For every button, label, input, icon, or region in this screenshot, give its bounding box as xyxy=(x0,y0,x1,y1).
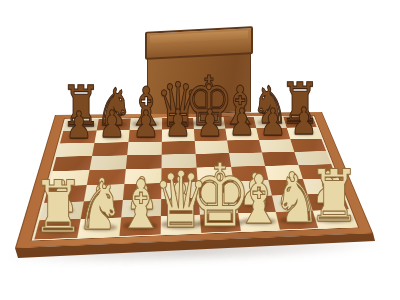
piece-black-pawn-h7[interactable]: ♟ xyxy=(290,103,317,140)
piece-black-pawn-a7[interactable]: ♟ xyxy=(65,107,92,144)
piece-white-rook-a1[interactable]: ♜ xyxy=(32,171,84,243)
pieces-layer: ♜♞♝♛♚♝♞♜♟♟♟♟♟♟♟♟♟♟♟♟♟♟♟♟♜♞♝♛♚♝♞♜ xyxy=(0,0,400,300)
piece-black-pawn-g7[interactable]: ♟ xyxy=(260,103,287,140)
piece-black-pawn-d7[interactable]: ♟ xyxy=(165,105,192,142)
piece-black-pawn-c7[interactable]: ♟ xyxy=(132,105,159,142)
chess-set-photo: ♜♞♝♛♚♝♞♜♟♟♟♟♟♟♟♟♟♟♟♟♟♟♟♟♜♞♝♛♚♝♞♜ xyxy=(0,0,400,300)
piece-black-pawn-f7[interactable]: ♟ xyxy=(229,104,256,141)
piece-black-pawn-b7[interactable]: ♟ xyxy=(99,106,126,143)
piece-black-pawn-e7[interactable]: ♟ xyxy=(197,104,224,141)
